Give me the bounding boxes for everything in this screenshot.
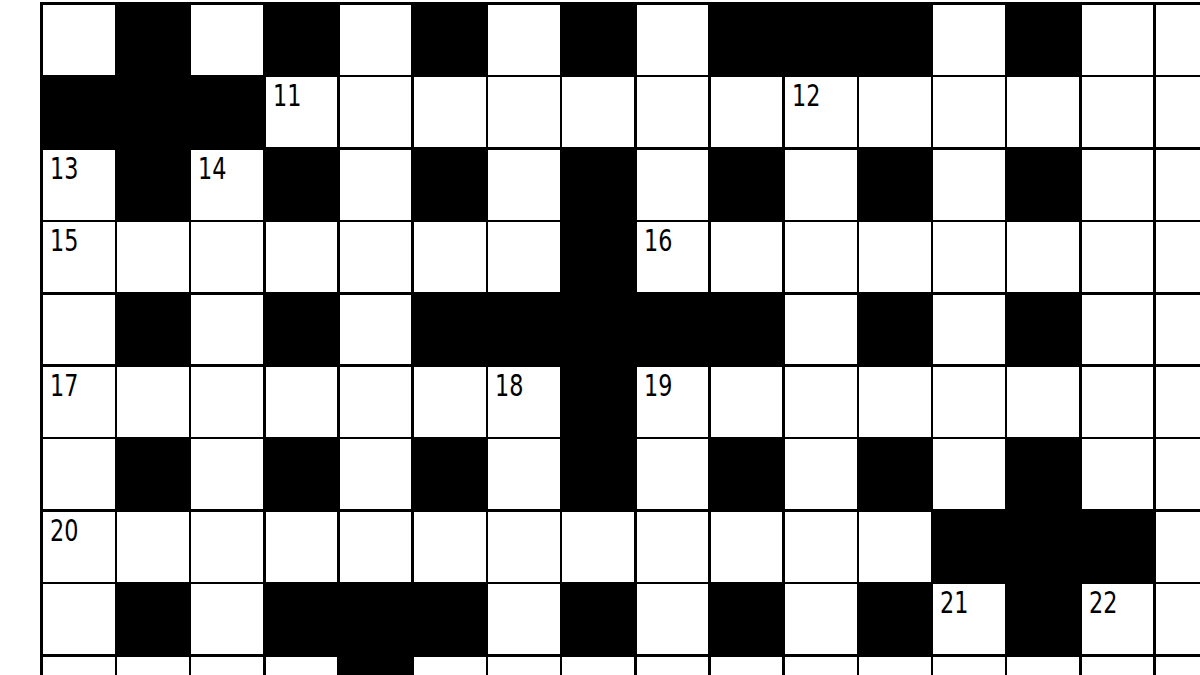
letter-cell-r8-c2[interactable] xyxy=(117,512,189,582)
clue-number-20: 20 xyxy=(50,515,78,546)
block-cell-r3-c6 xyxy=(414,150,486,220)
block-cell-r2-c2 xyxy=(117,77,189,147)
letter-cell-r4-c15[interactable] xyxy=(1082,222,1154,292)
letter-cell-r3-c15[interactable] xyxy=(1082,150,1154,220)
letter-cell-r7-c1[interactable] xyxy=(43,439,115,509)
block-cell-r7-c14 xyxy=(1007,439,1079,509)
block-cell-r7-c2 xyxy=(117,439,189,509)
letter-cell-r8-c11[interactable] xyxy=(785,512,857,582)
letter-cell-r8-c9[interactable] xyxy=(637,512,709,582)
letter-cell-r7-c5[interactable] xyxy=(340,439,412,509)
letter-cell-r6-c13[interactable] xyxy=(933,367,1005,437)
letter-cell-r4-c11[interactable] xyxy=(785,222,857,292)
block-cell-r5-c10 xyxy=(711,295,783,365)
block-cell-r5-c12 xyxy=(859,295,931,365)
letter-cell-r2-c7[interactable] xyxy=(488,77,560,147)
letter-cell-r2-c15[interactable] xyxy=(1082,77,1154,147)
letter-cell-r4-c14[interactable] xyxy=(1007,222,1079,292)
block-cell-r1-c11 xyxy=(785,5,857,75)
block-cell-r5-c7 xyxy=(488,295,560,365)
block-cell-r1-c6 xyxy=(414,5,486,75)
block-cell-r9-c2 xyxy=(117,584,189,654)
letter-cell-r2-c16[interactable] xyxy=(1156,77,1200,147)
letter-cell-r8-c16[interactable] xyxy=(1156,512,1200,582)
letter-cell-r5-c5[interactable] xyxy=(340,295,412,365)
letter-cell-r4-c4[interactable] xyxy=(266,222,338,292)
block-cell-r1-c4 xyxy=(266,5,338,75)
letter-cell-r6-c9[interactable]: 19 xyxy=(637,367,709,437)
letter-cell-r7-c15[interactable] xyxy=(1082,439,1154,509)
block-cell-r3-c2 xyxy=(117,150,189,220)
block-cell-r7-c6 xyxy=(414,439,486,509)
letter-cell-r7-c13[interactable] xyxy=(933,439,1005,509)
letter-cell-r5-c15[interactable] xyxy=(1082,295,1154,365)
block-cell-r1-c2 xyxy=(117,5,189,75)
letter-cell-r1-c13[interactable] xyxy=(933,5,1005,75)
letter-cell-r4-c6[interactable] xyxy=(414,222,486,292)
letter-cell-r1-c3[interactable] xyxy=(191,5,263,75)
letter-cell-r1-c7[interactable] xyxy=(488,5,560,75)
letter-cell-r9-c9[interactable] xyxy=(637,584,709,654)
letter-cell-r9-c1[interactable] xyxy=(43,584,115,654)
clue-number-14: 14 xyxy=(198,153,226,184)
letter-cell-r3-c7[interactable] xyxy=(488,150,560,220)
letter-cell-r6-c15[interactable] xyxy=(1082,367,1154,437)
letter-cell-r8-c8[interactable] xyxy=(562,512,634,582)
crossword-grid: 111213141516171819202122 xyxy=(40,2,1200,675)
letter-cell-r2-c6[interactable] xyxy=(414,77,486,147)
letter-cell-r4-c10[interactable] xyxy=(711,222,783,292)
letter-cell-r8-c1[interactable]: 20 xyxy=(43,512,115,582)
letter-cell-r10-c6[interactable] xyxy=(414,657,486,675)
letter-cell-r3-c11[interactable] xyxy=(785,150,857,220)
clue-number-18: 18 xyxy=(495,370,523,401)
letter-cell-r8-c6[interactable] xyxy=(414,512,486,582)
letter-cell-r4-c5[interactable] xyxy=(340,222,412,292)
letter-cell-r10-c1[interactable] xyxy=(43,657,115,675)
block-cell-r9-c14 xyxy=(1007,584,1079,654)
letter-cell-r6-c4[interactable] xyxy=(266,367,338,437)
letter-cell-r9-c11[interactable] xyxy=(785,584,857,654)
letter-cell-r1-c5[interactable] xyxy=(340,5,412,75)
block-cell-r2-c3 xyxy=(191,77,263,147)
letter-cell-r4-c9[interactable]: 16 xyxy=(637,222,709,292)
letter-cell-r6-c1[interactable]: 17 xyxy=(43,367,115,437)
letter-cell-r8-c7[interactable] xyxy=(488,512,560,582)
letter-cell-r7-c11[interactable] xyxy=(785,439,857,509)
letter-cell-r1-c16[interactable] xyxy=(1156,5,1200,75)
letter-cell-r2-c10[interactable] xyxy=(711,77,783,147)
block-cell-r5-c6 xyxy=(414,295,486,365)
block-cell-r8-c13 xyxy=(933,512,1005,582)
letter-cell-r10-c16[interactable] xyxy=(1156,657,1200,675)
letter-cell-r1-c15[interactable] xyxy=(1082,5,1154,75)
letter-cell-r7-c9[interactable] xyxy=(637,439,709,509)
letter-cell-r10-c3[interactable] xyxy=(191,657,263,675)
letter-cell-r6-c2[interactable] xyxy=(117,367,189,437)
letter-cell-r6-c14[interactable] xyxy=(1007,367,1079,437)
letter-cell-r2-c5[interactable] xyxy=(340,77,412,147)
letter-cell-r9-c15[interactable]: 22 xyxy=(1082,584,1154,654)
letter-cell-r1-c1[interactable] xyxy=(43,5,115,75)
block-cell-r5-c4 xyxy=(266,295,338,365)
letter-cell-r4-c13[interactable] xyxy=(933,222,1005,292)
block-cell-r8-c15 xyxy=(1082,512,1154,582)
letter-cell-r10-c9[interactable] xyxy=(637,657,709,675)
letter-cell-r3-c3[interactable]: 14 xyxy=(191,150,263,220)
letter-cell-r8-c10[interactable] xyxy=(711,512,783,582)
letter-cell-r4-c1[interactable]: 15 xyxy=(43,222,115,292)
letter-cell-r4-c16[interactable] xyxy=(1156,222,1200,292)
letter-cell-r10-c12[interactable] xyxy=(859,657,931,675)
letter-cell-r10-c4[interactable] xyxy=(266,657,338,675)
letter-cell-r8-c3[interactable] xyxy=(191,512,263,582)
block-cell-r9-c6 xyxy=(414,584,486,654)
block-cell-r3-c14 xyxy=(1007,150,1079,220)
letter-cell-r3-c13[interactable] xyxy=(933,150,1005,220)
letter-cell-r2-c4[interactable]: 11 xyxy=(266,77,338,147)
letter-cell-r8-c12[interactable] xyxy=(859,512,931,582)
letter-cell-r6-c10[interactable] xyxy=(711,367,783,437)
clue-number-22: 22 xyxy=(1089,587,1117,618)
block-cell-r9-c10 xyxy=(711,584,783,654)
letter-cell-r3-c9[interactable] xyxy=(637,150,709,220)
letter-cell-r2-c11[interactable]: 12 xyxy=(785,77,857,147)
letter-cell-r5-c11[interactable] xyxy=(785,295,857,365)
letter-cell-r9-c13[interactable]: 21 xyxy=(933,584,1005,654)
letter-cell-r2-c8[interactable] xyxy=(562,77,634,147)
block-cell-r9-c5 xyxy=(340,584,412,654)
block-cell-r1-c14 xyxy=(1007,5,1079,75)
block-cell-r9-c4 xyxy=(266,584,338,654)
letter-cell-r10-c8[interactable] xyxy=(562,657,634,675)
letter-cell-r9-c16[interactable] xyxy=(1156,584,1200,654)
block-cell-r1-c12 xyxy=(859,5,931,75)
block-cell-r2-c1 xyxy=(43,77,115,147)
letter-cell-r4-c12[interactable] xyxy=(859,222,931,292)
letter-cell-r6-c7[interactable]: 18 xyxy=(488,367,560,437)
letter-cell-r4-c2[interactable] xyxy=(117,222,189,292)
letter-cell-r2-c14[interactable] xyxy=(1007,77,1079,147)
block-cell-r9-c12 xyxy=(859,584,931,654)
letter-cell-r6-c3[interactable] xyxy=(191,367,263,437)
letter-cell-r9-c7[interactable] xyxy=(488,584,560,654)
letter-cell-r10-c11[interactable] xyxy=(785,657,857,675)
block-cell-r1-c10 xyxy=(711,5,783,75)
block-cell-r7-c12 xyxy=(859,439,931,509)
block-cell-r8-c14 xyxy=(1007,512,1079,582)
block-cell-r3-c4 xyxy=(266,150,338,220)
letter-cell-r8-c5[interactable] xyxy=(340,512,412,582)
clue-number-17: 17 xyxy=(50,370,78,401)
letter-cell-r7-c16[interactable] xyxy=(1156,439,1200,509)
letter-cell-r2-c13[interactable] xyxy=(933,77,1005,147)
clue-number-19: 19 xyxy=(644,370,672,401)
letter-cell-r5-c3[interactable] xyxy=(191,295,263,365)
block-cell-r4-c8 xyxy=(562,222,634,292)
letter-cell-r10-c14[interactable] xyxy=(1007,657,1079,675)
crossword-screenshot: 111213141516171819202122 xyxy=(0,0,1200,675)
clue-number-21: 21 xyxy=(940,587,968,618)
letter-cell-r2-c9[interactable] xyxy=(637,77,709,147)
letter-cell-r6-c11[interactable] xyxy=(785,367,857,437)
block-cell-r1-c8 xyxy=(562,5,634,75)
letter-cell-r10-c7[interactable] xyxy=(488,657,560,675)
letter-cell-r6-c6[interactable] xyxy=(414,367,486,437)
letter-cell-r5-c16[interactable] xyxy=(1156,295,1200,365)
letter-cell-r10-c13[interactable] xyxy=(933,657,1005,675)
letter-cell-r1-c9[interactable] xyxy=(637,5,709,75)
letter-cell-r8-c4[interactable] xyxy=(266,512,338,582)
letter-cell-r3-c5[interactable] xyxy=(340,150,412,220)
block-cell-r3-c12 xyxy=(859,150,931,220)
letter-cell-r6-c5[interactable] xyxy=(340,367,412,437)
block-cell-r5-c14 xyxy=(1007,295,1079,365)
letter-cell-r6-c12[interactable] xyxy=(859,367,931,437)
block-cell-r7-c4 xyxy=(266,439,338,509)
letter-cell-r5-c1[interactable] xyxy=(43,295,115,365)
block-cell-r3-c10 xyxy=(711,150,783,220)
letter-cell-r4-c3[interactable] xyxy=(191,222,263,292)
letter-cell-r2-c12[interactable] xyxy=(859,77,931,147)
letter-cell-r9-c3[interactable] xyxy=(191,584,263,654)
letter-cell-r5-c13[interactable] xyxy=(933,295,1005,365)
block-cell-r5-c8 xyxy=(562,295,634,365)
letter-cell-r3-c1[interactable]: 13 xyxy=(43,150,115,220)
clue-number-16: 16 xyxy=(644,225,672,256)
clue-number-11: 11 xyxy=(273,80,301,111)
letter-cell-r6-c16[interactable] xyxy=(1156,367,1200,437)
clue-number-12: 12 xyxy=(792,80,820,111)
letter-cell-r7-c7[interactable] xyxy=(488,439,560,509)
block-cell-r3-c8 xyxy=(562,150,634,220)
letter-cell-r4-c7[interactable] xyxy=(488,222,560,292)
letter-cell-r3-c16[interactable] xyxy=(1156,150,1200,220)
letter-cell-r10-c2[interactable] xyxy=(117,657,189,675)
block-cell-r9-c8 xyxy=(562,584,634,654)
block-cell-r6-c8 xyxy=(562,367,634,437)
letter-cell-r10-c10[interactable] xyxy=(711,657,783,675)
block-cell-r7-c8 xyxy=(562,439,634,509)
block-cell-r5-c2 xyxy=(117,295,189,365)
block-cell-r7-c10 xyxy=(711,439,783,509)
block-cell-r5-c9 xyxy=(637,295,709,365)
letter-cell-r10-c15[interactable] xyxy=(1082,657,1154,675)
letter-cell-r7-c3[interactable] xyxy=(191,439,263,509)
block-cell-r10-c5 xyxy=(340,657,412,675)
clue-number-13: 13 xyxy=(50,153,78,184)
clue-number-15: 15 xyxy=(50,225,78,256)
